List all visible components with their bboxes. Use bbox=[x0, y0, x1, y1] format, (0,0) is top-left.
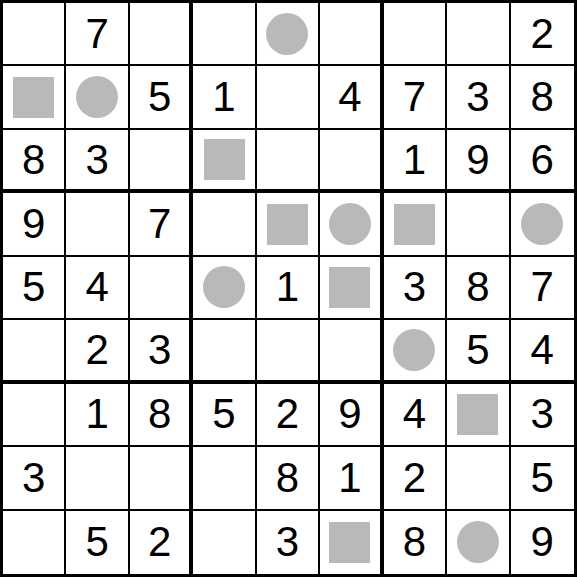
cell-r4c5[interactable] bbox=[257, 193, 320, 256]
cell-r4c2[interactable] bbox=[66, 193, 129, 256]
cell-r4c8[interactable] bbox=[447, 193, 510, 256]
cell-r3c7: 1 bbox=[384, 130, 447, 193]
cell-r4c4[interactable] bbox=[193, 193, 256, 256]
given-digit: 3 bbox=[148, 329, 171, 371]
given-digit: 9 bbox=[531, 521, 554, 563]
given-digit: 5 bbox=[148, 76, 171, 118]
cell-r7c8[interactable] bbox=[447, 384, 510, 447]
cell-r1c5[interactable] bbox=[257, 3, 320, 66]
odd-marker-icon bbox=[329, 203, 371, 245]
cell-r7c3: 8 bbox=[130, 384, 193, 447]
given-digit: 5 bbox=[466, 329, 489, 371]
odd-marker-icon bbox=[393, 329, 435, 371]
even-marker-icon bbox=[267, 204, 308, 245]
given-digit: 7 bbox=[403, 76, 426, 118]
cell-r6c5[interactable] bbox=[257, 320, 320, 383]
cell-r6c4[interactable] bbox=[193, 320, 256, 383]
cell-r2c4: 1 bbox=[193, 66, 256, 129]
given-digit: 2 bbox=[85, 329, 108, 371]
even-marker-icon bbox=[394, 204, 435, 245]
given-digit: 4 bbox=[403, 393, 426, 435]
given-digit: 5 bbox=[85, 521, 108, 563]
given-digit: 1 bbox=[85, 393, 108, 435]
given-digit: 5 bbox=[212, 393, 235, 435]
given-digit: 9 bbox=[22, 203, 45, 245]
given-digit: 4 bbox=[85, 266, 108, 308]
cell-r8c2[interactable] bbox=[66, 447, 129, 510]
given-digit: 4 bbox=[531, 329, 554, 371]
odd-marker-icon bbox=[521, 203, 563, 245]
cell-r3c6[interactable] bbox=[320, 130, 383, 193]
even-marker-icon bbox=[329, 267, 370, 308]
given-digit: 5 bbox=[531, 457, 554, 499]
given-digit: 1 bbox=[338, 457, 361, 499]
cell-r2c2[interactable] bbox=[66, 66, 129, 129]
cell-r2c1[interactable] bbox=[3, 66, 66, 129]
given-digit: 2 bbox=[276, 393, 299, 435]
given-digit: 3 bbox=[85, 139, 108, 181]
cell-r1c9: 2 bbox=[511, 3, 574, 66]
cell-r5c5: 1 bbox=[257, 257, 320, 320]
cell-r4c1: 9 bbox=[3, 193, 66, 256]
cell-r3c2: 3 bbox=[66, 130, 129, 193]
given-digit: 1 bbox=[403, 139, 426, 181]
cell-r3c5[interactable] bbox=[257, 130, 320, 193]
cell-r6c7[interactable] bbox=[384, 320, 447, 383]
cell-r1c1[interactable] bbox=[3, 3, 66, 66]
odd-marker-icon bbox=[457, 521, 499, 563]
odd-marker-icon bbox=[203, 266, 245, 308]
cell-r1c7[interactable] bbox=[384, 3, 447, 66]
given-digit: 8 bbox=[148, 393, 171, 435]
cell-r3c3[interactable] bbox=[130, 130, 193, 193]
cell-r8c1: 3 bbox=[3, 447, 66, 510]
cell-r4c7[interactable] bbox=[384, 193, 447, 256]
given-digit: 2 bbox=[148, 521, 171, 563]
cell-r4c9[interactable] bbox=[511, 193, 574, 256]
cell-r1c3[interactable] bbox=[130, 3, 193, 66]
cell-r6c9: 4 bbox=[511, 320, 574, 383]
given-digit: 8 bbox=[466, 266, 489, 308]
cell-r2c7: 7 bbox=[384, 66, 447, 129]
given-digit: 4 bbox=[338, 76, 361, 118]
given-digit: 3 bbox=[466, 76, 489, 118]
cell-r9c5: 3 bbox=[257, 511, 320, 574]
given-digit: 8 bbox=[22, 139, 45, 181]
given-digit: 3 bbox=[276, 521, 299, 563]
given-digit: 6 bbox=[531, 139, 554, 181]
cell-r5c1: 5 bbox=[3, 257, 66, 320]
given-digit: 9 bbox=[338, 393, 361, 435]
given-digit: 8 bbox=[531, 76, 554, 118]
cell-r5c8: 8 bbox=[447, 257, 510, 320]
given-digit: 2 bbox=[403, 457, 426, 499]
cell-r6c6[interactable] bbox=[320, 320, 383, 383]
cell-r1c8[interactable] bbox=[447, 3, 510, 66]
cell-r5c6[interactable] bbox=[320, 257, 383, 320]
cell-r2c5[interactable] bbox=[257, 66, 320, 129]
odd-marker-icon bbox=[76, 76, 118, 118]
cell-r4c3: 7 bbox=[130, 193, 193, 256]
cell-r7c1[interactable] bbox=[3, 384, 66, 447]
even-marker-icon bbox=[204, 139, 245, 180]
given-digit: 1 bbox=[212, 76, 235, 118]
cell-r8c7: 2 bbox=[384, 447, 447, 510]
cell-r9c8[interactable] bbox=[447, 511, 510, 574]
cell-r1c2: 7 bbox=[66, 3, 129, 66]
cell-r2c3: 5 bbox=[130, 66, 193, 129]
cell-r2c6: 4 bbox=[320, 66, 383, 129]
given-digit: 3 bbox=[22, 457, 45, 499]
sudoku-board: 7251473883196975413872354185294338125523… bbox=[0, 0, 577, 577]
given-digit: 8 bbox=[276, 457, 299, 499]
cell-r9c3: 2 bbox=[130, 511, 193, 574]
even-marker-icon bbox=[457, 394, 498, 435]
given-digit: 3 bbox=[403, 266, 426, 308]
cell-r8c4[interactable] bbox=[193, 447, 256, 510]
cell-r9c7: 8 bbox=[384, 511, 447, 574]
given-digit: 3 bbox=[531, 393, 554, 435]
given-digit: 2 bbox=[531, 13, 554, 55]
cell-r6c1[interactable] bbox=[3, 320, 66, 383]
even-marker-icon bbox=[13, 77, 54, 118]
given-digit: 9 bbox=[466, 139, 489, 181]
cell-r8c5: 8 bbox=[257, 447, 320, 510]
cell-r9c4[interactable] bbox=[193, 511, 256, 574]
odd-marker-icon bbox=[266, 13, 308, 55]
cell-r8c8[interactable] bbox=[447, 447, 510, 510]
cell-r3c4[interactable] bbox=[193, 130, 256, 193]
cell-r2c8: 3 bbox=[447, 66, 510, 129]
cell-r8c6: 1 bbox=[320, 447, 383, 510]
cell-r7c7: 4 bbox=[384, 384, 447, 447]
cell-r8c3[interactable] bbox=[130, 447, 193, 510]
given-digit: 1 bbox=[276, 266, 299, 308]
cell-r7c4: 5 bbox=[193, 384, 256, 447]
given-digit: 7 bbox=[85, 13, 108, 55]
cell-r1c4[interactable] bbox=[193, 3, 256, 66]
given-digit: 8 bbox=[403, 521, 426, 563]
cell-r7c6: 9 bbox=[320, 384, 383, 447]
cell-r5c3[interactable] bbox=[130, 257, 193, 320]
given-digit: 5 bbox=[22, 266, 45, 308]
sudoku-board-wrap: 7251473883196975413872354185294338125523… bbox=[0, 0, 577, 577]
cell-r1c6[interactable] bbox=[320, 3, 383, 66]
cell-r6c2: 2 bbox=[66, 320, 129, 383]
given-digit: 7 bbox=[531, 266, 554, 308]
cell-r2c9: 8 bbox=[511, 66, 574, 129]
cell-r3c9: 6 bbox=[511, 130, 574, 193]
cell-r9c6[interactable] bbox=[320, 511, 383, 574]
cell-r3c8: 9 bbox=[447, 130, 510, 193]
cell-r5c9: 7 bbox=[511, 257, 574, 320]
cell-r3c1: 8 bbox=[3, 130, 66, 193]
cell-r6c8: 5 bbox=[447, 320, 510, 383]
cell-r7c2: 1 bbox=[66, 384, 129, 447]
even-marker-icon bbox=[329, 522, 370, 563]
given-digit: 7 bbox=[148, 203, 171, 245]
cell-r9c9: 9 bbox=[511, 511, 574, 574]
cell-r4c6[interactable] bbox=[320, 193, 383, 256]
cell-r8c9: 5 bbox=[511, 447, 574, 510]
cell-r9c1[interactable] bbox=[3, 511, 66, 574]
cell-r9c2: 5 bbox=[66, 511, 129, 574]
cell-r6c3: 3 bbox=[130, 320, 193, 383]
cell-r7c9: 3 bbox=[511, 384, 574, 447]
cell-r7c5: 2 bbox=[257, 384, 320, 447]
cell-r5c7: 3 bbox=[384, 257, 447, 320]
cell-r5c4[interactable] bbox=[193, 257, 256, 320]
cell-r5c2: 4 bbox=[66, 257, 129, 320]
